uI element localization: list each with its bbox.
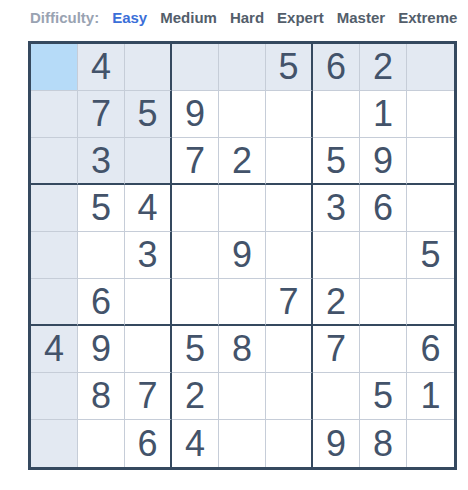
- cell-r6c5[interactable]: [219, 279, 266, 326]
- difficulty-bar: Difficulty: Easy Medium Hard Expert Mast…: [0, 0, 468, 26]
- cell-r5c3[interactable]: 3: [125, 232, 172, 279]
- cell-r7c4[interactable]: 5: [172, 326, 219, 373]
- cell-r8c6[interactable]: [266, 373, 313, 420]
- cell-r4c6[interactable]: [266, 185, 313, 232]
- cell-r1c6[interactable]: 5: [266, 44, 313, 91]
- difficulty-option-extreme[interactable]: Extreme: [398, 9, 457, 26]
- cell-r7c5[interactable]: 8: [219, 326, 266, 373]
- cell-r3c7[interactable]: 5: [313, 138, 360, 185]
- cell-r1c5[interactable]: [219, 44, 266, 91]
- cell-r8c4[interactable]: 2: [172, 373, 219, 420]
- cell-r2c3[interactable]: 5: [125, 91, 172, 138]
- cell-r8c9[interactable]: 1: [407, 373, 454, 420]
- cell-r9c4[interactable]: 4: [172, 420, 219, 467]
- cell-r3c3[interactable]: [125, 138, 172, 185]
- cell-r5c4[interactable]: [172, 232, 219, 279]
- cell-r5c9[interactable]: 5: [407, 232, 454, 279]
- cell-r6c8[interactable]: [360, 279, 407, 326]
- cell-r9c1[interactable]: [31, 420, 78, 467]
- cell-r8c1[interactable]: [31, 373, 78, 420]
- cell-r4c5[interactable]: [219, 185, 266, 232]
- cell-r6c1[interactable]: [31, 279, 78, 326]
- cell-r5c2[interactable]: [78, 232, 125, 279]
- cell-r1c4[interactable]: [172, 44, 219, 91]
- cell-r4c8[interactable]: 6: [360, 185, 407, 232]
- cell-r6c6[interactable]: 7: [266, 279, 313, 326]
- cell-r1c7[interactable]: 6: [313, 44, 360, 91]
- cell-r7c3[interactable]: [125, 326, 172, 373]
- cell-r2c2[interactable]: 7: [78, 91, 125, 138]
- cell-r8c7[interactable]: [313, 373, 360, 420]
- cell-r3c5[interactable]: 2: [219, 138, 266, 185]
- cell-r4c9[interactable]: [407, 185, 454, 232]
- cell-r7c7[interactable]: 7: [313, 326, 360, 373]
- cell-r7c6[interactable]: [266, 326, 313, 373]
- cell-r6c7[interactable]: 2: [313, 279, 360, 326]
- cell-r1c1[interactable]: [31, 44, 78, 91]
- cell-r9c5[interactable]: [219, 420, 266, 467]
- cell-r4c7[interactable]: 3: [313, 185, 360, 232]
- cell-r3c1[interactable]: [31, 138, 78, 185]
- difficulty-option-easy[interactable]: Easy: [112, 9, 147, 26]
- cell-r8c8[interactable]: 5: [360, 373, 407, 420]
- difficulty-option-hard[interactable]: Hard: [230, 9, 264, 26]
- cell-r9c8[interactable]: 8: [360, 420, 407, 467]
- cell-r3c8[interactable]: 9: [360, 138, 407, 185]
- cell-r5c1[interactable]: [31, 232, 78, 279]
- cell-r9c9[interactable]: [407, 420, 454, 467]
- difficulty-option-expert[interactable]: Expert: [277, 9, 324, 26]
- cell-r2c8[interactable]: 1: [360, 91, 407, 138]
- cell-r9c3[interactable]: 6: [125, 420, 172, 467]
- cell-r6c3[interactable]: [125, 279, 172, 326]
- cell-r5c5[interactable]: 9: [219, 232, 266, 279]
- cell-r1c3[interactable]: [125, 44, 172, 91]
- cell-r6c9[interactable]: [407, 279, 454, 326]
- cell-r2c1[interactable]: [31, 91, 78, 138]
- cell-r2c6[interactable]: [266, 91, 313, 138]
- cell-r4c3[interactable]: 4: [125, 185, 172, 232]
- cell-r7c8[interactable]: [360, 326, 407, 373]
- cell-r1c2[interactable]: 4: [78, 44, 125, 91]
- cell-r7c9[interactable]: 6: [407, 326, 454, 373]
- cell-r9c6[interactable]: [266, 420, 313, 467]
- cell-r3c4[interactable]: 7: [172, 138, 219, 185]
- difficulty-option-medium[interactable]: Medium: [160, 9, 217, 26]
- cell-r3c9[interactable]: [407, 138, 454, 185]
- cell-r2c5[interactable]: [219, 91, 266, 138]
- cell-r7c1[interactable]: 4: [31, 326, 78, 373]
- cell-r3c6[interactable]: [266, 138, 313, 185]
- cell-r8c3[interactable]: 7: [125, 373, 172, 420]
- cell-r4c4[interactable]: [172, 185, 219, 232]
- sudoku-board: 45627591372595436395672495876872516498: [28, 41, 457, 470]
- cell-r4c2[interactable]: 5: [78, 185, 125, 232]
- cell-r8c2[interactable]: 8: [78, 373, 125, 420]
- cell-r1c9[interactable]: [407, 44, 454, 91]
- cell-r1c8[interactable]: 2: [360, 44, 407, 91]
- cell-r7c2[interactable]: 9: [78, 326, 125, 373]
- cell-r5c8[interactable]: [360, 232, 407, 279]
- cell-r4c1[interactable]: [31, 185, 78, 232]
- cell-r6c2[interactable]: 6: [78, 279, 125, 326]
- cell-r2c9[interactable]: [407, 91, 454, 138]
- cell-r9c2[interactable]: [78, 420, 125, 467]
- cell-r8c5[interactable]: [219, 373, 266, 420]
- difficulty-option-master[interactable]: Master: [337, 9, 385, 26]
- cell-r2c7[interactable]: [313, 91, 360, 138]
- difficulty-label: Difficulty:: [30, 9, 99, 26]
- cell-r6c4[interactable]: [172, 279, 219, 326]
- cell-r5c6[interactable]: [266, 232, 313, 279]
- cell-r2c4[interactable]: 9: [172, 91, 219, 138]
- cell-r3c2[interactable]: 3: [78, 138, 125, 185]
- cell-r9c7[interactable]: 9: [313, 420, 360, 467]
- cell-r5c7[interactable]: [313, 232, 360, 279]
